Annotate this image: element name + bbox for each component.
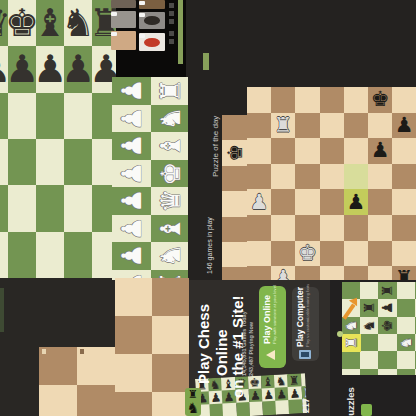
stat-playing-now: 243,487 Playing Now bbox=[249, 322, 255, 376]
green-notch bbox=[203, 53, 209, 70]
highlighted-square bbox=[344, 164, 369, 190]
square[interactable] bbox=[222, 191, 247, 217]
square[interactable] bbox=[368, 215, 393, 241]
square[interactable] bbox=[320, 189, 345, 215]
play-computer-sublabel: Play vs customizable training bots bbox=[306, 284, 310, 347]
square bbox=[8, 0, 37, 47]
square[interactable] bbox=[247, 164, 272, 190]
square[interactable] bbox=[247, 138, 272, 164]
white-pieces-strip: ♟♟♟♟♟♟♟♟♜♞♝♚♛♝♞♜ bbox=[112, 75, 188, 280]
square[interactable] bbox=[378, 369, 397, 376]
square bbox=[115, 316, 153, 355]
square bbox=[8, 139, 37, 186]
square[interactable] bbox=[222, 267, 247, 280]
square[interactable] bbox=[222, 140, 247, 166]
square[interactable] bbox=[271, 164, 296, 190]
square[interactable] bbox=[368, 241, 393, 267]
square[interactable] bbox=[247, 266, 272, 280]
square[interactable] bbox=[222, 242, 247, 268]
thumbnail-edge-sliver bbox=[169, 19, 174, 24]
square bbox=[275, 400, 289, 414]
square bbox=[64, 139, 93, 186]
square bbox=[64, 46, 93, 93]
square bbox=[112, 242, 152, 270]
square[interactable] bbox=[360, 351, 379, 369]
square[interactable] bbox=[397, 282, 416, 300]
green-edge-strip bbox=[178, 0, 183, 64]
square bbox=[151, 215, 188, 243]
square[interactable] bbox=[360, 282, 379, 300]
thumbnail-subject bbox=[144, 38, 160, 47]
square bbox=[8, 93, 37, 140]
square[interactable] bbox=[222, 217, 247, 243]
square bbox=[151, 105, 188, 133]
square bbox=[151, 77, 188, 105]
square[interactable] bbox=[320, 241, 345, 267]
solve-puzzles-label[interactable]: Solve Puzzles bbox=[346, 387, 356, 416]
square[interactable] bbox=[368, 113, 393, 139]
square[interactable] bbox=[344, 113, 369, 139]
play-online-button[interactable]: Play Online Play with someone at your le… bbox=[259, 286, 286, 368]
play-computer-label: Play Computer bbox=[296, 287, 305, 347]
square[interactable] bbox=[344, 215, 369, 241]
square[interactable] bbox=[344, 241, 369, 267]
square bbox=[36, 139, 65, 186]
square[interactable] bbox=[360, 317, 379, 335]
square bbox=[64, 93, 93, 140]
puzzle-of-the-day-label: Puzzle of the day bbox=[212, 116, 220, 177]
square bbox=[8, 232, 37, 279]
solve-puzzles-button-fragment[interactable] bbox=[361, 404, 372, 416]
stat-games-today: 14,345,851 Games Today bbox=[242, 311, 248, 376]
dark-green-sliver bbox=[0, 288, 4, 332]
square[interactable] bbox=[392, 113, 416, 139]
square[interactable] bbox=[295, 266, 320, 280]
thumbnail-edge-sliver bbox=[169, 11, 174, 16]
rating-digits: 217 bbox=[302, 398, 311, 413]
square bbox=[152, 354, 189, 393]
square[interactable] bbox=[344, 87, 369, 113]
square[interactable] bbox=[295, 189, 320, 215]
square[interactable] bbox=[320, 87, 345, 113]
square bbox=[112, 187, 152, 215]
square bbox=[36, 232, 65, 279]
highlighted-square bbox=[342, 334, 361, 352]
square[interactable] bbox=[392, 189, 416, 215]
bullhorn-icon bbox=[266, 350, 275, 360]
square[interactable] bbox=[344, 266, 369, 280]
news-thumbnail[interactable] bbox=[111, 0, 136, 8]
square[interactable] bbox=[378, 334, 397, 352]
square[interactable] bbox=[271, 241, 296, 267]
square bbox=[115, 278, 153, 317]
square bbox=[77, 385, 115, 416]
square[interactable] bbox=[271, 138, 296, 164]
square bbox=[152, 316, 189, 355]
square[interactable] bbox=[368, 138, 393, 164]
square[interactable] bbox=[392, 164, 416, 190]
square[interactable] bbox=[368, 164, 393, 190]
square[interactable] bbox=[392, 266, 416, 280]
square[interactable] bbox=[360, 334, 379, 352]
square[interactable] bbox=[320, 215, 345, 241]
square bbox=[152, 278, 189, 317]
square bbox=[151, 187, 188, 215]
square bbox=[64, 185, 93, 232]
square[interactable] bbox=[368, 266, 393, 280]
square[interactable] bbox=[397, 299, 416, 317]
square bbox=[36, 93, 65, 140]
square[interactable] bbox=[247, 87, 272, 113]
square[interactable] bbox=[295, 215, 320, 241]
square[interactable] bbox=[344, 138, 369, 164]
square bbox=[36, 46, 65, 93]
square[interactable] bbox=[295, 138, 320, 164]
green-logo-fragment[interactable]: ♜ ♞ bbox=[185, 388, 201, 416]
square[interactable] bbox=[397, 351, 416, 369]
square[interactable] bbox=[295, 87, 320, 113]
square bbox=[64, 232, 93, 279]
square bbox=[8, 46, 37, 93]
square[interactable] bbox=[222, 115, 247, 141]
thumbnail-edge-sliver bbox=[169, 39, 174, 44]
square bbox=[151, 160, 188, 188]
square bbox=[249, 401, 263, 415]
square[interactable] bbox=[247, 189, 272, 215]
thumbnail-edge-sliver bbox=[169, 3, 174, 8]
square bbox=[236, 402, 250, 416]
square bbox=[64, 0, 93, 47]
square bbox=[115, 392, 153, 416]
thumbnail-edge-sliver bbox=[169, 31, 174, 36]
square[interactable] bbox=[392, 215, 416, 241]
square[interactable] bbox=[247, 215, 272, 241]
square[interactable] bbox=[342, 369, 361, 376]
square bbox=[36, 185, 65, 232]
square[interactable] bbox=[247, 113, 272, 139]
scrambled-chess-homepage: ♛♚♝♞♜♟♟♟♟♟ ♟♟♟♟♟♟♟♟♜♞♝♚♛♝♞♜ ♚♜♟♟♟♟♚♟♜ ♚ … bbox=[0, 0, 416, 416]
hero-board: ♛♚♝♞♜♟♟♟♟♟ bbox=[0, 0, 116, 278]
square bbox=[8, 185, 37, 232]
square[interactable] bbox=[271, 266, 296, 280]
puzzle-left-column[interactable]: ♚ bbox=[222, 115, 247, 280]
coordinate-label bbox=[80, 349, 84, 354]
coordinate-label bbox=[42, 349, 46, 354]
computer-icon bbox=[299, 350, 311, 359]
thumbnail-badge bbox=[111, 32, 117, 36]
square[interactable] bbox=[392, 241, 416, 267]
puzzle-board[interactable]: ♚♜♟♟♟♟♚♟♜ bbox=[247, 87, 416, 280]
square[interactable] bbox=[271, 87, 296, 113]
square bbox=[39, 385, 78, 416]
thumbnail-subject bbox=[144, 16, 160, 25]
square bbox=[223, 403, 237, 416]
square[interactable] bbox=[271, 113, 296, 139]
square[interactable] bbox=[378, 317, 397, 335]
square[interactable] bbox=[271, 215, 296, 241]
square[interactable] bbox=[320, 266, 345, 280]
thumbnail-badge bbox=[139, 1, 145, 5]
square[interactable] bbox=[397, 369, 416, 376]
square[interactable] bbox=[295, 164, 320, 190]
square[interactable] bbox=[222, 166, 247, 192]
black-rook: ♜ bbox=[187, 388, 199, 400]
square bbox=[112, 105, 152, 133]
square[interactable] bbox=[360, 299, 379, 317]
square[interactable] bbox=[392, 138, 416, 164]
hero-title-line2: Online bbox=[214, 329, 230, 376]
square[interactable] bbox=[368, 87, 393, 113]
square[interactable] bbox=[320, 138, 345, 164]
square bbox=[115, 354, 153, 393]
thumbnail-badge bbox=[139, 13, 145, 17]
square bbox=[36, 0, 65, 47]
square[interactable] bbox=[378, 282, 397, 300]
black-knight: ♞ bbox=[186, 400, 200, 415]
square bbox=[112, 132, 152, 160]
square[interactable] bbox=[360, 369, 379, 376]
square[interactable] bbox=[368, 189, 393, 215]
square[interactable] bbox=[247, 241, 272, 267]
square[interactable] bbox=[342, 351, 361, 369]
square[interactable] bbox=[271, 189, 296, 215]
square bbox=[152, 392, 189, 416]
square[interactable] bbox=[320, 113, 345, 139]
square[interactable] bbox=[392, 87, 416, 113]
square bbox=[151, 242, 188, 270]
games-in-play-label: 146 games in play bbox=[206, 217, 213, 274]
hero-title-line1: Play Chess bbox=[196, 304, 212, 384]
thumbnail-badge bbox=[139, 34, 145, 38]
play-online-sublabel: Play with someone at your level bbox=[273, 285, 277, 344]
square bbox=[112, 77, 152, 105]
square[interactable] bbox=[397, 317, 416, 335]
square[interactable] bbox=[295, 113, 320, 139]
square bbox=[112, 215, 152, 243]
square bbox=[151, 132, 188, 160]
thumbnail-badge bbox=[111, 12, 117, 16]
square[interactable] bbox=[378, 299, 397, 317]
play-computer-button[interactable]: Play Computer Play vs customizable train… bbox=[292, 287, 319, 361]
square[interactable] bbox=[397, 334, 416, 352]
brown-board-fragment-b bbox=[39, 347, 115, 416]
square bbox=[262, 401, 276, 415]
square bbox=[210, 403, 224, 416]
highlighted-square bbox=[344, 189, 369, 215]
square bbox=[112, 160, 152, 188]
square[interactable] bbox=[320, 164, 345, 190]
hint-dot bbox=[337, 331, 343, 337]
brown-board-fragment-a bbox=[115, 278, 189, 416]
square[interactable] bbox=[378, 351, 397, 369]
square[interactable] bbox=[295, 241, 320, 267]
